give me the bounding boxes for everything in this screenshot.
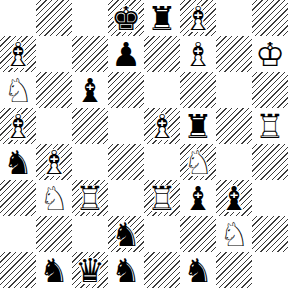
square-b6[interactable] — [36, 72, 72, 108]
square-a5[interactable]: ♝♗ — [0, 108, 36, 144]
black-queen-icon: ♛ — [72, 252, 108, 288]
square-e5[interactable]: ♝♗ — [144, 108, 180, 144]
square-e8[interactable]: ♜♜ — [144, 0, 180, 36]
white-bishop-icon: ♗ — [0, 36, 36, 72]
square-f7[interactable]: ♝♗ — [180, 36, 216, 72]
white-bishop-icon: ♗ — [180, 36, 216, 72]
square-b4[interactable]: ♝♗ — [36, 144, 72, 180]
piece-black-bishop[interactable]: ♝♝ — [72, 72, 108, 108]
square-c8[interactable] — [72, 0, 108, 36]
square-h3[interactable] — [252, 180, 288, 216]
piece-black-knight[interactable]: ♞♞ — [108, 216, 144, 252]
white-rook-icon: ♖ — [72, 180, 108, 216]
white-knight-icon: ♘ — [36, 180, 72, 216]
black-knight-icon: ♞ — [108, 252, 144, 288]
square-c7[interactable] — [72, 36, 108, 72]
square-c6[interactable]: ♝♝ — [72, 72, 108, 108]
square-e3[interactable]: ♜♖ — [144, 180, 180, 216]
square-g7[interactable] — [216, 36, 252, 72]
piece-black-pawn[interactable]: ♟♟ — [108, 36, 144, 72]
square-h7[interactable]: ♚♔ — [252, 36, 288, 72]
square-g8[interactable] — [216, 0, 252, 36]
piece-black-knight[interactable]: ♞♞ — [180, 252, 216, 288]
square-c2[interactable] — [72, 216, 108, 252]
square-h2[interactable] — [252, 216, 288, 252]
square-b3[interactable]: ♞♘ — [36, 180, 72, 216]
square-c5[interactable] — [72, 108, 108, 144]
white-knight-icon: ♘ — [0, 72, 36, 108]
black-rook-icon: ♜ — [180, 108, 216, 144]
square-b8[interactable] — [36, 0, 72, 36]
square-a2[interactable] — [0, 216, 36, 252]
square-b5[interactable] — [36, 108, 72, 144]
square-c1[interactable]: ♛♛ — [72, 252, 108, 288]
square-f5[interactable]: ♜♜ — [180, 108, 216, 144]
square-c3[interactable]: ♜♖ — [72, 180, 108, 216]
white-bishop-icon: ♗ — [0, 108, 36, 144]
piece-white-rook[interactable]: ♜♖ — [252, 108, 288, 144]
chess-board: ♚♚♜♜♝♗♝♗♟♟♝♗♚♔♞♘♝♝♝♗♝♗♜♜♜♖♞♞♝♗♞♘♞♘♜♖♜♖♝♝… — [0, 0, 288, 288]
square-a4[interactable]: ♞♞ — [0, 144, 36, 180]
square-g2[interactable]: ♞♘ — [216, 216, 252, 252]
square-d8[interactable]: ♚♚ — [108, 0, 144, 36]
piece-black-queen[interactable]: ♛♛ — [72, 252, 108, 288]
square-a3[interactable] — [0, 180, 36, 216]
square-d4[interactable] — [108, 144, 144, 180]
square-f8[interactable]: ♝♗ — [180, 0, 216, 36]
piece-black-bishop[interactable]: ♝♝ — [180, 180, 216, 216]
square-f1[interactable]: ♞♞ — [180, 252, 216, 288]
piece-white-knight[interactable]: ♞♘ — [180, 144, 216, 180]
square-b2[interactable] — [36, 216, 72, 252]
square-e6[interactable] — [144, 72, 180, 108]
piece-white-knight[interactable]: ♞♘ — [0, 72, 36, 108]
square-h1[interactable] — [252, 252, 288, 288]
square-e7[interactable] — [144, 36, 180, 72]
black-bishop-icon: ♝ — [216, 180, 252, 216]
piece-white-king[interactable]: ♚♔ — [252, 36, 288, 72]
piece-black-knight[interactable]: ♞♞ — [0, 144, 36, 180]
piece-black-knight[interactable]: ♞♞ — [108, 252, 144, 288]
square-d5[interactable] — [108, 108, 144, 144]
black-knight-icon: ♞ — [36, 252, 72, 288]
square-d7[interactable]: ♟♟ — [108, 36, 144, 72]
piece-white-rook[interactable]: ♜♖ — [144, 180, 180, 216]
piece-white-knight[interactable]: ♞♘ — [216, 216, 252, 252]
square-f6[interactable] — [180, 72, 216, 108]
piece-black-king[interactable]: ♚♚ — [108, 0, 144, 36]
white-bishop-icon: ♗ — [180, 0, 216, 36]
square-b1[interactable]: ♞♞ — [36, 252, 72, 288]
square-g1[interactable] — [216, 252, 252, 288]
square-b7[interactable] — [36, 36, 72, 72]
square-h5[interactable]: ♜♖ — [252, 108, 288, 144]
black-knight-icon: ♞ — [108, 216, 144, 252]
square-e2[interactable] — [144, 216, 180, 252]
black-knight-icon: ♞ — [0, 144, 36, 180]
white-bishop-icon: ♗ — [36, 144, 72, 180]
piece-white-bishop[interactable]: ♝♗ — [180, 0, 216, 36]
square-a7[interactable]: ♝♗ — [0, 36, 36, 72]
white-bishop-icon: ♗ — [144, 108, 180, 144]
square-a6[interactable]: ♞♘ — [0, 72, 36, 108]
piece-white-rook[interactable]: ♜♖ — [72, 180, 108, 216]
square-d3[interactable] — [108, 180, 144, 216]
square-h8[interactable] — [252, 0, 288, 36]
white-rook-icon: ♖ — [252, 108, 288, 144]
piece-white-knight[interactable]: ♞♘ — [36, 180, 72, 216]
white-king-icon: ♔ — [252, 36, 288, 72]
piece-black-bishop[interactable]: ♝♝ — [216, 180, 252, 216]
square-f4[interactable]: ♞♘ — [180, 144, 216, 180]
square-h4[interactable] — [252, 144, 288, 180]
black-rook-icon: ♜ — [144, 0, 180, 36]
square-g4[interactable] — [216, 144, 252, 180]
square-e4[interactable] — [144, 144, 180, 180]
white-knight-icon: ♘ — [180, 144, 216, 180]
piece-white-bishop[interactable]: ♝♗ — [144, 108, 180, 144]
black-bishop-icon: ♝ — [180, 180, 216, 216]
piece-black-rook[interactable]: ♜♜ — [180, 108, 216, 144]
square-f3[interactable]: ♝♝ — [180, 180, 216, 216]
piece-black-rook[interactable]: ♜♜ — [144, 0, 180, 36]
square-d1[interactable]: ♞♞ — [108, 252, 144, 288]
piece-white-bishop[interactable]: ♝♗ — [36, 144, 72, 180]
piece-white-bishop[interactable]: ♝♗ — [180, 36, 216, 72]
square-e1[interactable] — [144, 252, 180, 288]
black-pawn-icon: ♟ — [108, 36, 144, 72]
square-a8[interactable] — [0, 0, 36, 36]
square-h6[interactable] — [252, 72, 288, 108]
square-f2[interactable] — [180, 216, 216, 252]
square-g6[interactable] — [216, 72, 252, 108]
black-bishop-icon: ♝ — [72, 72, 108, 108]
square-d2[interactable]: ♞♞ — [108, 216, 144, 252]
piece-white-bishop[interactable]: ♝♗ — [0, 36, 36, 72]
black-king-icon: ♚ — [108, 0, 144, 36]
square-g3[interactable]: ♝♝ — [216, 180, 252, 216]
square-c4[interactable] — [72, 144, 108, 180]
white-knight-icon: ♘ — [216, 216, 252, 252]
piece-white-bishop[interactable]: ♝♗ — [0, 108, 36, 144]
square-d6[interactable] — [108, 72, 144, 108]
square-g5[interactable] — [216, 108, 252, 144]
square-a1[interactable] — [0, 252, 36, 288]
white-rook-icon: ♖ — [144, 180, 180, 216]
black-knight-icon: ♞ — [180, 252, 216, 288]
piece-black-knight[interactable]: ♞♞ — [36, 252, 72, 288]
